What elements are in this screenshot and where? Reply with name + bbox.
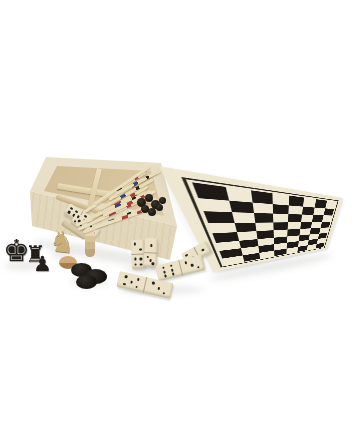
natural-rook	[85, 230, 95, 257]
black-piece	[148, 208, 156, 216]
lying-domino	[155, 254, 205, 281]
board-square	[254, 213, 273, 223]
board-square	[198, 198, 231, 212]
board-square	[288, 214, 302, 222]
board-square	[204, 211, 234, 223]
board-square	[273, 214, 289, 223]
standing-domino	[143, 238, 157, 268]
black-piece	[156, 204, 163, 211]
product-photo: Overhead product photo on a white backgr…	[0, 0, 360, 432]
board-square	[288, 205, 302, 214]
board-square	[231, 212, 255, 223]
board-square	[272, 204, 288, 214]
board-square	[228, 200, 254, 213]
black-piece	[159, 197, 166, 204]
board-square	[253, 202, 273, 213]
natural-knight: ♞	[47, 227, 76, 259]
draughts-disc-black	[76, 275, 97, 289]
